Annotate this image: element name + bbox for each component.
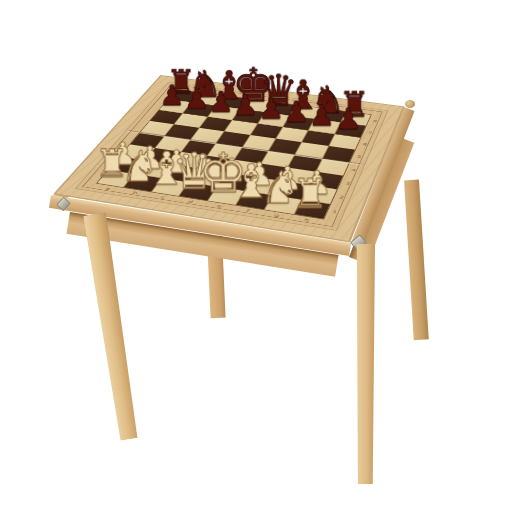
piece-black-pawn: ♟ bbox=[309, 101, 335, 130]
piece-black-pawn: ♟ bbox=[208, 88, 234, 116]
square-h6 bbox=[329, 134, 360, 149]
board-latch-knob bbox=[405, 100, 415, 108]
piece-black-pawn: ♟ bbox=[160, 82, 185, 110]
piece-black-pawn: ♟ bbox=[258, 94, 284, 123]
piece-black-pawn: ♟ bbox=[335, 105, 361, 134]
tabletop-tilt: ♜♞♝♚♛♝♞♜♟♟♟♟♟♟♟♟♟♟♟♟♟♟♟♟♜♞♝♛♚♝♞♜ abcdefg… bbox=[53, 75, 405, 242]
chess-board: ♜♞♝♚♛♝♞♜♟♟♟♟♟♟♟♟♟♟♟♟♟♟♟♟♜♞♝♛♚♝♞♜ abcdefg… bbox=[75, 82, 389, 231]
table-top-surface: ♜♞♝♚♛♝♞♜♟♟♟♟♟♟♟♟♟♟♟♟♟♟♟♟♜♞♝♛♚♝♞♜ abcdefg… bbox=[53, 75, 405, 242]
tabletop-3d: ♜♞♝♚♛♝♞♜♟♟♟♟♟♟♟♟♟♟♟♟♟♟♟♟♜♞♝♛♚♝♞♜ abcdefg… bbox=[102, 7, 382, 287]
piece-white-rook: ♜ bbox=[292, 174, 328, 214]
chess-table-photo: ♜♞♝♚♛♝♞♜♟♟♟♟♟♟♟♟♟♟♟♟♟♟♟♟♜♞♝♛♚♝♞♜ abcdefg… bbox=[0, 0, 527, 527]
board-grid: ♜♞♝♚♛♝♞♜♟♟♟♟♟♟♟♟♟♟♟♟♟♟♟♟♜♞♝♛♚♝♞♜ bbox=[98, 89, 371, 218]
square-e6 bbox=[250, 124, 282, 139]
piece-black-pawn: ♟ bbox=[284, 98, 310, 127]
board-play-area: ♜♞♝♚♛♝♞♜♟♟♟♟♟♟♟♟♟♟♟♟♟♟♟♟♜♞♝♛♚♝♞♜ bbox=[96, 89, 372, 220]
piece-black-pawn: ♟ bbox=[233, 91, 259, 120]
square-g6 bbox=[302, 131, 333, 146]
piece-black-pawn: ♟ bbox=[184, 85, 209, 113]
table-leg-back-right bbox=[404, 180, 429, 341]
